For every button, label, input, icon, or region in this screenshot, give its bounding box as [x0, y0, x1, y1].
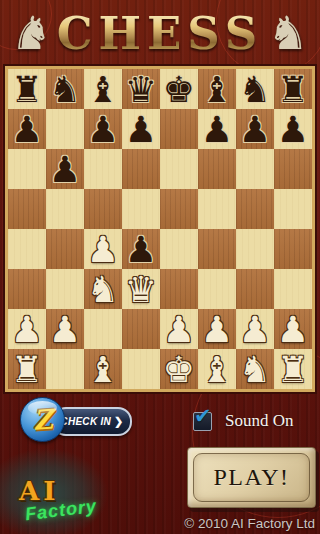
checkmark-icon: ✔ — [194, 405, 212, 426]
square-b5[interactable] — [46, 189, 84, 229]
square-e2[interactable]: ♟ — [160, 309, 198, 349]
black-pawn-piece: ♟ — [274, 109, 312, 149]
black-bishop-piece: ♝ — [84, 69, 122, 109]
square-g8[interactable]: ♞ — [236, 69, 274, 109]
white-pawn-piece: ♟ — [160, 309, 198, 349]
square-h1[interactable]: ♜ — [274, 349, 312, 389]
square-d8[interactable]: ♛ — [122, 69, 160, 109]
square-g4[interactable] — [236, 229, 274, 269]
square-c8[interactable]: ♝ — [84, 69, 122, 109]
square-d3[interactable]: ♛ — [122, 269, 160, 309]
square-c3[interactable]: ♞ — [84, 269, 122, 309]
white-bishop-piece: ♝ — [84, 349, 122, 389]
white-pawn-piece: ♟ — [84, 229, 122, 269]
square-b6[interactable]: ♟ — [46, 149, 84, 189]
square-h2[interactable]: ♟ — [274, 309, 312, 349]
square-f7[interactable]: ♟ — [198, 109, 236, 149]
square-d1[interactable] — [122, 349, 160, 389]
square-h7[interactable]: ♟ — [274, 109, 312, 149]
square-f3[interactable] — [198, 269, 236, 309]
chevron-right-icon: ❯ — [114, 416, 124, 427]
black-king-piece: ♚ — [160, 69, 198, 109]
square-c7[interactable]: ♟ — [84, 109, 122, 149]
ai-factory-logo: AI Factory — [0, 470, 120, 530]
black-pawn-piece: ♟ — [84, 109, 122, 149]
black-pawn-piece: ♟ — [8, 109, 46, 149]
zeemote-checkin-widget: CHECK IN ❯ Z — [20, 397, 132, 443]
zeemote-z-icon: Z — [32, 403, 54, 435]
sound-checkbox[interactable]: ✔ — [193, 412, 212, 431]
sound-label: Sound On — [225, 410, 293, 432]
square-f4[interactable] — [198, 229, 236, 269]
square-a8[interactable]: ♜ — [8, 69, 46, 109]
black-queen-piece: ♛ — [122, 69, 160, 109]
square-e4[interactable] — [160, 229, 198, 269]
square-h3[interactable] — [274, 269, 312, 309]
chess-board: ♜♞♝♛♚♝♞♜♟♟♟♟♟♟♟♟♟♞♛♟♟♟♟♟♟♜♝♚♝♞♜ — [8, 69, 312, 389]
white-pawn-piece: ♟ — [274, 309, 312, 349]
white-queen-piece: ♛ — [122, 269, 160, 309]
square-g7[interactable]: ♟ — [236, 109, 274, 149]
square-f2[interactable]: ♟ — [198, 309, 236, 349]
square-e3[interactable] — [160, 269, 198, 309]
black-pawn-piece: ♟ — [122, 109, 160, 149]
black-rook-piece: ♜ — [274, 69, 312, 109]
square-e8[interactable]: ♚ — [160, 69, 198, 109]
square-a3[interactable] — [8, 269, 46, 309]
square-d4[interactable]: ♟ — [122, 229, 160, 269]
square-e7[interactable] — [160, 109, 198, 149]
square-h5[interactable] — [274, 189, 312, 229]
square-b7[interactable] — [46, 109, 84, 149]
square-g5[interactable] — [236, 189, 274, 229]
square-a2[interactable]: ♟ — [8, 309, 46, 349]
square-c6[interactable] — [84, 149, 122, 189]
app-screen: ♞ CHESS ♞ ♜♞♝♛♚♝♞♜♟♟♟♟♟♟♟♟♟♞♛♟♟♟♟♟♟♜♝♚♝♞… — [0, 0, 320, 534]
square-e5[interactable] — [160, 189, 198, 229]
square-b4[interactable] — [46, 229, 84, 269]
square-g1[interactable]: ♞ — [236, 349, 274, 389]
black-pawn-piece: ♟ — [122, 229, 160, 269]
check-in-label: CHECK IN — [60, 416, 111, 427]
title-bar: ♞ CHESS ♞ — [0, 0, 320, 66]
play-button[interactable]: PLAY! — [187, 447, 316, 508]
square-e6[interactable] — [160, 149, 198, 189]
app-title: CHESS — [57, 11, 264, 56]
square-c2[interactable] — [84, 309, 122, 349]
square-g6[interactable] — [236, 149, 274, 189]
black-knight-piece: ♞ — [236, 69, 274, 109]
square-d5[interactable] — [122, 189, 160, 229]
square-b3[interactable] — [46, 269, 84, 309]
zeemote-logo[interactable]: Z — [20, 397, 65, 442]
black-pawn-piece: ♟ — [198, 109, 236, 149]
knight-icon-left: ♞ — [11, 10, 52, 56]
square-h4[interactable] — [274, 229, 312, 269]
copyright-text: © 2010 AI Factory Ltd — [184, 516, 315, 531]
square-h6[interactable] — [274, 149, 312, 189]
square-f8[interactable]: ♝ — [198, 69, 236, 109]
play-button-frame: PLAY! — [193, 453, 310, 502]
square-f1[interactable]: ♝ — [198, 349, 236, 389]
black-rook-piece: ♜ — [8, 69, 46, 109]
square-b1[interactable] — [46, 349, 84, 389]
square-b2[interactable]: ♟ — [46, 309, 84, 349]
square-a6[interactable] — [8, 149, 46, 189]
knight-icon-right: ♞ — [267, 10, 308, 56]
white-pawn-piece: ♟ — [46, 309, 84, 349]
white-pawn-piece: ♟ — [198, 309, 236, 349]
square-a7[interactable]: ♟ — [8, 109, 46, 149]
white-knight-piece: ♞ — [84, 269, 122, 309]
square-c5[interactable] — [84, 189, 122, 229]
square-a1[interactable]: ♜ — [8, 349, 46, 389]
white-rook-piece: ♜ — [274, 349, 312, 389]
square-h8[interactable]: ♜ — [274, 69, 312, 109]
white-king-piece: ♚ — [160, 349, 198, 389]
square-e1[interactable]: ♚ — [160, 349, 198, 389]
square-d6[interactable] — [122, 149, 160, 189]
white-knight-piece: ♞ — [236, 349, 274, 389]
square-a5[interactable] — [8, 189, 46, 229]
square-d2[interactable] — [122, 309, 160, 349]
white-bishop-piece: ♝ — [198, 349, 236, 389]
square-c4[interactable]: ♟ — [84, 229, 122, 269]
square-f5[interactable] — [198, 189, 236, 229]
black-pawn-piece: ♟ — [46, 149, 84, 189]
square-a4[interactable] — [8, 229, 46, 269]
play-button-label: PLAY! — [214, 464, 290, 491]
square-b8[interactable]: ♞ — [46, 69, 84, 109]
square-c1[interactable]: ♝ — [84, 349, 122, 389]
black-pawn-piece: ♟ — [236, 109, 274, 149]
square-d7[interactable]: ♟ — [122, 109, 160, 149]
square-g2[interactable]: ♟ — [236, 309, 274, 349]
white-pawn-piece: ♟ — [236, 309, 274, 349]
white-rook-piece: ♜ — [8, 349, 46, 389]
black-knight-piece: ♞ — [46, 69, 84, 109]
square-f6[interactable] — [198, 149, 236, 189]
sound-setting-row: ✔ Sound On — [193, 410, 293, 432]
square-g3[interactable] — [236, 269, 274, 309]
chess-board-frame: ♜♞♝♛♚♝♞♜♟♟♟♟♟♟♟♟♟♞♛♟♟♟♟♟♟♜♝♚♝♞♜ — [5, 66, 315, 392]
white-pawn-piece: ♟ — [8, 309, 46, 349]
black-bishop-piece: ♝ — [198, 69, 236, 109]
